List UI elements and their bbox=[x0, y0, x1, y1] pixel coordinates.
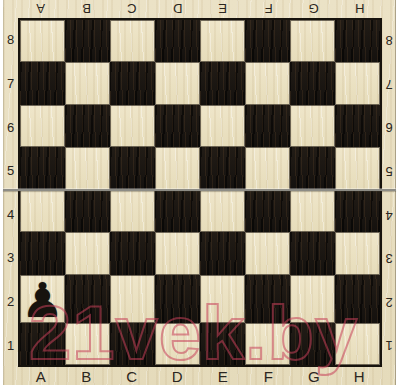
square-c1[interactable] bbox=[110, 323, 155, 365]
file-label-top-c: C bbox=[109, 0, 155, 18]
chess-board: ABCDEFGH 87654321 87654321 ABCDEFGH ♟ 21… bbox=[3, 0, 396, 385]
rank-label-right-4: 4 bbox=[382, 193, 396, 237]
square-c8[interactable] bbox=[110, 20, 155, 62]
square-b5[interactable] bbox=[65, 147, 110, 189]
file-label-top-d: D bbox=[155, 0, 201, 18]
square-f7[interactable] bbox=[245, 62, 290, 104]
square-a6[interactable] bbox=[20, 105, 65, 147]
square-f1[interactable] bbox=[245, 323, 290, 365]
file-label-top-h: H bbox=[337, 0, 383, 18]
square-h7[interactable] bbox=[335, 62, 380, 104]
black-pawn[interactable]: ♟ bbox=[21, 276, 64, 324]
square-c3[interactable] bbox=[110, 232, 155, 274]
square-d1[interactable] bbox=[155, 323, 200, 365]
file-label-bottom-a: A bbox=[18, 367, 64, 385]
square-f4[interactable] bbox=[245, 190, 290, 232]
square-e3[interactable] bbox=[200, 232, 245, 274]
file-label-top-a: A bbox=[18, 0, 64, 18]
rank-label-right-6: 6 bbox=[382, 105, 396, 149]
square-e6[interactable] bbox=[200, 105, 245, 147]
file-label-bottom-d: D bbox=[155, 367, 201, 385]
file-label-top-g: G bbox=[291, 0, 337, 18]
file-label-top-e: E bbox=[200, 0, 246, 18]
square-a2[interactable]: ♟ bbox=[20, 275, 65, 323]
file-label-bottom-c: C bbox=[109, 367, 155, 385]
square-h4[interactable] bbox=[335, 190, 380, 232]
ranks-right: 87654321 bbox=[382, 18, 396, 367]
square-e4[interactable] bbox=[200, 190, 245, 232]
square-h1[interactable] bbox=[335, 323, 380, 365]
square-a8[interactable] bbox=[20, 20, 65, 62]
square-d3[interactable] bbox=[155, 232, 200, 274]
square-f2[interactable] bbox=[245, 275, 290, 323]
square-f3[interactable] bbox=[245, 232, 290, 274]
rank-label-left-6: 6 bbox=[3, 105, 18, 149]
square-g5[interactable] bbox=[290, 147, 335, 189]
file-label-bottom-g: G bbox=[291, 367, 337, 385]
square-e7[interactable] bbox=[200, 62, 245, 104]
square-g8[interactable] bbox=[290, 20, 335, 62]
file-label-bottom-b: B bbox=[64, 367, 110, 385]
square-b6[interactable] bbox=[65, 105, 110, 147]
square-a3[interactable] bbox=[20, 232, 65, 274]
rank-label-right-3: 3 bbox=[382, 236, 396, 280]
rank-label-right-2: 2 bbox=[382, 280, 396, 324]
square-b4[interactable] bbox=[65, 190, 110, 232]
square-g7[interactable] bbox=[290, 62, 335, 104]
rank-label-left-4: 4 bbox=[3, 193, 18, 237]
square-f8[interactable] bbox=[245, 20, 290, 62]
files-top: ABCDEFGH bbox=[18, 0, 382, 18]
square-e8[interactable] bbox=[200, 20, 245, 62]
square-h6[interactable] bbox=[335, 105, 380, 147]
square-d6[interactable] bbox=[155, 105, 200, 147]
file-label-top-f: F bbox=[246, 0, 292, 18]
square-e5[interactable] bbox=[200, 147, 245, 189]
square-d2[interactable] bbox=[155, 275, 200, 323]
square-h2[interactable] bbox=[335, 275, 380, 323]
square-e2[interactable] bbox=[200, 275, 245, 323]
rank-label-right-7: 7 bbox=[382, 62, 396, 106]
square-f5[interactable] bbox=[245, 147, 290, 189]
rank-label-right-1: 1 bbox=[382, 323, 396, 367]
rank-label-left-8: 8 bbox=[3, 18, 18, 62]
square-c4[interactable] bbox=[110, 190, 155, 232]
square-d4[interactable] bbox=[155, 190, 200, 232]
square-c7[interactable] bbox=[110, 62, 155, 104]
square-g4[interactable] bbox=[290, 190, 335, 232]
square-g2[interactable] bbox=[290, 275, 335, 323]
square-c5[interactable] bbox=[110, 147, 155, 189]
square-b8[interactable] bbox=[65, 20, 110, 62]
square-a7[interactable] bbox=[20, 62, 65, 104]
square-a4[interactable] bbox=[20, 190, 65, 232]
rank-label-right-5: 5 bbox=[382, 149, 396, 193]
rank-label-left-7: 7 bbox=[3, 62, 18, 106]
file-label-bottom-f: F bbox=[246, 367, 292, 385]
files-bottom: ABCDEFGH bbox=[18, 367, 382, 385]
chessboard-product-photo: ABCDEFGH 87654321 87654321 ABCDEFGH ♟ 21… bbox=[0, 0, 400, 385]
rank-label-right-8: 8 bbox=[382, 18, 396, 62]
square-h5[interactable] bbox=[335, 147, 380, 189]
square-b3[interactable] bbox=[65, 232, 110, 274]
square-g6[interactable] bbox=[290, 105, 335, 147]
square-g1[interactable] bbox=[290, 323, 335, 365]
square-c2[interactable] bbox=[110, 275, 155, 323]
rank-label-left-1: 1 bbox=[3, 323, 18, 367]
square-d5[interactable] bbox=[155, 147, 200, 189]
square-h3[interactable] bbox=[335, 232, 380, 274]
square-d8[interactable] bbox=[155, 20, 200, 62]
square-b1[interactable] bbox=[65, 323, 110, 365]
square-g3[interactable] bbox=[290, 232, 335, 274]
square-f6[interactable] bbox=[245, 105, 290, 147]
square-d7[interactable] bbox=[155, 62, 200, 104]
square-e1[interactable] bbox=[200, 323, 245, 365]
file-label-top-b: B bbox=[64, 0, 110, 18]
square-b7[interactable] bbox=[65, 62, 110, 104]
file-label-bottom-h: H bbox=[337, 367, 383, 385]
rank-label-left-3: 3 bbox=[3, 236, 18, 280]
rank-label-left-5: 5 bbox=[3, 149, 18, 193]
square-h8[interactable] bbox=[335, 20, 380, 62]
square-a5[interactable] bbox=[20, 147, 65, 189]
file-label-bottom-e: E bbox=[200, 367, 246, 385]
square-a1[interactable] bbox=[20, 323, 65, 365]
ranks-left: 87654321 bbox=[3, 18, 18, 367]
board-grid: ♟ bbox=[18, 18, 382, 367]
rank-label-left-2: 2 bbox=[3, 280, 18, 324]
board-fold-seam bbox=[3, 189, 396, 191]
square-b2[interactable] bbox=[65, 275, 110, 323]
square-c6[interactable] bbox=[110, 105, 155, 147]
